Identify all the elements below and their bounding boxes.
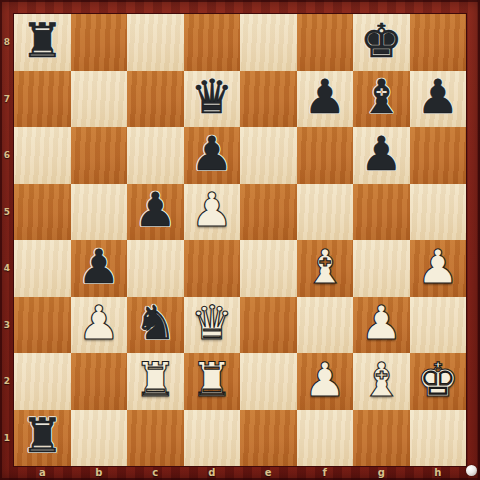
square-e7[interactable] — [240, 71, 297, 128]
square-c7[interactable] — [127, 71, 184, 128]
piece-black-pawn-g6[interactable]: ♟ — [360, 130, 402, 177]
rank-label-3: 3 — [0, 297, 14, 354]
square-g8[interactable]: ♚ — [353, 14, 410, 71]
square-c2[interactable]: ♜ — [127, 353, 184, 410]
piece-black-rook-a8[interactable]: ♜ — [21, 17, 63, 64]
square-b1[interactable] — [71, 410, 128, 467]
file-label-d: d — [184, 466, 241, 480]
square-b3[interactable]: ♟ — [71, 297, 128, 354]
piece-white-bishop-f4[interactable]: ♝ — [304, 243, 346, 290]
square-a1[interactable]: ♜ — [14, 410, 71, 467]
file-label-c: c — [127, 466, 184, 480]
square-h4[interactable]: ♟ — [410, 240, 467, 297]
piece-black-pawn-h7[interactable]: ♟ — [417, 73, 459, 120]
square-d2[interactable]: ♜ — [184, 353, 241, 410]
piece-black-knight-c3[interactable]: ♞ — [134, 299, 176, 346]
square-e6[interactable] — [240, 127, 297, 184]
square-c3[interactable]: ♞ — [127, 297, 184, 354]
square-c1[interactable] — [127, 410, 184, 467]
square-e1[interactable] — [240, 410, 297, 467]
square-f3[interactable] — [297, 297, 354, 354]
square-h6[interactable] — [410, 127, 467, 184]
piece-black-pawn-d6[interactable]: ♟ — [191, 130, 233, 177]
square-c8[interactable] — [127, 14, 184, 71]
rank-label-8: 8 — [0, 14, 14, 71]
square-e3[interactable] — [240, 297, 297, 354]
rank-label-4: 4 — [0, 240, 14, 297]
piece-black-rook-a1[interactable]: ♜ — [21, 412, 63, 459]
square-h7[interactable]: ♟ — [410, 71, 467, 128]
square-h8[interactable] — [410, 14, 467, 71]
rank-label-6: 6 — [0, 127, 14, 184]
file-label-e: e — [240, 466, 297, 480]
piece-white-king-h2[interactable]: ♚ — [417, 356, 459, 403]
square-f1[interactable] — [297, 410, 354, 467]
piece-black-pawn-b4[interactable]: ♟ — [78, 243, 120, 290]
square-a7[interactable] — [14, 71, 71, 128]
square-h2[interactable]: ♚ — [410, 353, 467, 410]
square-g5[interactable] — [353, 184, 410, 241]
square-b4[interactable]: ♟ — [71, 240, 128, 297]
white-to-move-indicator — [466, 465, 477, 476]
square-e8[interactable] — [240, 14, 297, 71]
square-c5[interactable]: ♟ — [127, 184, 184, 241]
square-d5[interactable]: ♟ — [184, 184, 241, 241]
square-h5[interactable] — [410, 184, 467, 241]
rank-label-5: 5 — [0, 184, 14, 241]
square-g1[interactable] — [353, 410, 410, 467]
chess-board-frame: ♜♚♛♟♝♟♟♟♟♟♟♝♟♟♞♛♟♜♜♟♝♚♜ 87654321abcdefgh — [0, 0, 480, 480]
square-c4[interactable] — [127, 240, 184, 297]
square-h1[interactable] — [410, 410, 467, 467]
square-d1[interactable] — [184, 410, 241, 467]
square-g6[interactable]: ♟ — [353, 127, 410, 184]
file-label-b: b — [71, 466, 128, 480]
square-g3[interactable]: ♟ — [353, 297, 410, 354]
square-a8[interactable]: ♜ — [14, 14, 71, 71]
square-d6[interactable]: ♟ — [184, 127, 241, 184]
piece-black-queen-d7[interactable]: ♛ — [191, 73, 233, 120]
square-b8[interactable] — [71, 14, 128, 71]
square-e5[interactable] — [240, 184, 297, 241]
piece-white-pawn-f2[interactable]: ♟ — [304, 356, 346, 403]
square-e2[interactable] — [240, 353, 297, 410]
square-g7[interactable]: ♝ — [353, 71, 410, 128]
rank-label-1: 1 — [0, 410, 14, 467]
square-d4[interactable] — [184, 240, 241, 297]
piece-white-pawn-d5[interactable]: ♟ — [191, 186, 233, 233]
piece-black-pawn-f7[interactable]: ♟ — [304, 73, 346, 120]
file-label-f: f — [297, 466, 354, 480]
square-f7[interactable]: ♟ — [297, 71, 354, 128]
piece-white-rook-d2[interactable]: ♜ — [191, 356, 233, 403]
square-e4[interactable] — [240, 240, 297, 297]
square-d8[interactable] — [184, 14, 241, 71]
square-f8[interactable] — [297, 14, 354, 71]
square-c6[interactable] — [127, 127, 184, 184]
piece-white-pawn-h4[interactable]: ♟ — [417, 243, 459, 290]
square-a5[interactable] — [14, 184, 71, 241]
square-a3[interactable] — [14, 297, 71, 354]
square-b5[interactable] — [71, 184, 128, 241]
square-g2[interactable]: ♝ — [353, 353, 410, 410]
square-a4[interactable] — [14, 240, 71, 297]
chess-board: ♜♚♛♟♝♟♟♟♟♟♟♝♟♟♞♛♟♜♜♟♝♚♜ — [14, 14, 466, 466]
square-f5[interactable] — [297, 184, 354, 241]
square-d7[interactable]: ♛ — [184, 71, 241, 128]
square-f6[interactable] — [297, 127, 354, 184]
piece-white-bishop-g2[interactable]: ♝ — [360, 356, 402, 403]
piece-black-king-g8[interactable]: ♚ — [360, 17, 402, 64]
rank-label-7: 7 — [0, 71, 14, 128]
file-label-g: g — [353, 466, 410, 480]
square-h3[interactable] — [410, 297, 467, 354]
square-f2[interactable]: ♟ — [297, 353, 354, 410]
square-b7[interactable] — [71, 71, 128, 128]
square-g4[interactable] — [353, 240, 410, 297]
piece-white-rook-c2[interactable]: ♜ — [134, 356, 176, 403]
piece-white-queen-d3[interactable]: ♛ — [191, 299, 233, 346]
square-d3[interactable]: ♛ — [184, 297, 241, 354]
square-a2[interactable] — [14, 353, 71, 410]
rank-label-2: 2 — [0, 353, 14, 410]
piece-black-pawn-c5[interactable]: ♟ — [134, 186, 176, 233]
file-label-h: h — [410, 466, 467, 480]
file-label-a: a — [14, 466, 71, 480]
piece-white-pawn-g3[interactable]: ♟ — [360, 299, 402, 346]
square-f4[interactable]: ♝ — [297, 240, 354, 297]
piece-white-pawn-b3[interactable]: ♟ — [78, 299, 120, 346]
piece-black-bishop-g7[interactable]: ♝ — [360, 73, 402, 120]
square-b2[interactable] — [71, 353, 128, 410]
square-b6[interactable] — [71, 127, 128, 184]
square-a6[interactable] — [14, 127, 71, 184]
